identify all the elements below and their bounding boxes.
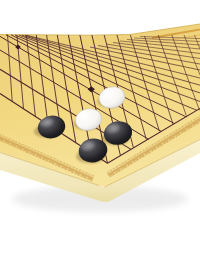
go-board: [0, 0, 200, 280]
go-board-product-photo: [0, 0, 200, 280]
